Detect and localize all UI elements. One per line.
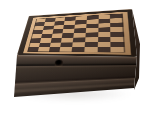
- board-square: [60, 47, 72, 52]
- product-photo: [0, 0, 150, 116]
- board-grid: [27, 14, 125, 53]
- board-square: [111, 47, 126, 53]
- board-frame: [17, 9, 137, 57]
- board-square: [72, 47, 85, 52]
- board-border: [23, 12, 131, 55]
- latch-hole: [55, 60, 63, 66]
- board-square: [97, 47, 111, 52]
- board-square: [84, 47, 97, 52]
- chess-box-lid: [17, 9, 137, 57]
